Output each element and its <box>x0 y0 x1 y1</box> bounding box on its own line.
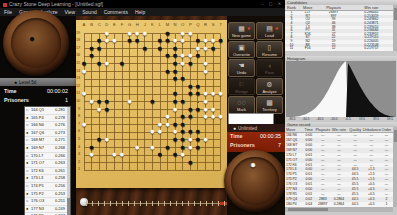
board-point-N8[interactable] <box>171 113 179 121</box>
board-point-D10[interactable]: ● <box>103 98 111 106</box>
board-point-R4[interactable] <box>202 144 210 152</box>
board-point-C7[interactable] <box>95 121 103 129</box>
board-point-S3[interactable] <box>209 151 217 159</box>
board-point-M9[interactable] <box>164 106 172 114</box>
board-point-P19[interactable]: ● <box>187 30 195 38</box>
board-point-S19[interactable] <box>209 30 217 38</box>
board-point-L15[interactable] <box>156 60 164 68</box>
board-point-D3[interactable] <box>103 151 111 159</box>
board-point-L1[interactable] <box>156 166 164 174</box>
board-point-D6[interactable] <box>103 128 111 136</box>
board-point-K7[interactable] <box>149 121 157 129</box>
menu-view[interactable]: View <box>64 8 75 16</box>
board-point-T7[interactable] <box>217 121 225 129</box>
board-point-R5[interactable]: ● <box>202 136 210 144</box>
board-point-Q19[interactable] <box>194 30 202 38</box>
board-point-K18[interactable] <box>149 37 157 45</box>
board-point-J16[interactable] <box>141 52 149 60</box>
slider-handle[interactable] <box>80 198 88 206</box>
board-point-B15[interactable] <box>88 60 96 68</box>
board-point-K10[interactable]: ● <box>149 98 157 106</box>
board-point-G14[interactable] <box>126 68 134 76</box>
board-point-M5[interactable] <box>164 136 172 144</box>
board-point-S11[interactable]: ● <box>209 90 217 98</box>
board-point-C18[interactable]: ● <box>95 37 103 45</box>
board-point-G8[interactable] <box>126 113 134 121</box>
board-point-L17[interactable]: ● <box>156 45 164 53</box>
move-list-row[interactable]: ●176 O30.251 <box>25 198 70 206</box>
board-point-O19[interactable]: ● <box>179 30 187 38</box>
move-list[interactable]: ●164 Q50.281●165 P40.278●166 N60.276●167… <box>24 106 71 215</box>
board-point-R6[interactable] <box>202 128 210 136</box>
board-point-M13[interactable] <box>164 75 172 83</box>
board-point-B17[interactable]: ● <box>88 45 96 53</box>
board-point-T15[interactable] <box>217 60 225 68</box>
board-point-R14[interactable]: ● <box>202 68 210 76</box>
move-list-row[interactable]: ●170 L70.266 <box>25 153 70 161</box>
board-point-R1[interactable] <box>202 166 210 174</box>
board-point-F8[interactable] <box>118 113 126 121</box>
board-point-Q12[interactable]: ● <box>194 83 202 91</box>
board-point-A17[interactable] <box>80 45 88 53</box>
board-point-E16[interactable] <box>111 52 119 60</box>
board-point-D1[interactable] <box>103 166 111 174</box>
board-point-K3[interactable] <box>149 151 157 159</box>
board-point-K11[interactable] <box>149 90 157 98</box>
board-point-R9[interactable]: ● <box>202 106 210 114</box>
board-point-E13[interactable] <box>111 75 119 83</box>
board-point-E9[interactable] <box>111 106 119 114</box>
board-point-N10[interactable]: ● <box>171 98 179 106</box>
board-point-P17[interactable] <box>187 45 195 53</box>
board-point-S15[interactable] <box>209 60 217 68</box>
board-point-M4[interactable]: ● <box>164 144 172 152</box>
load-button[interactable]: ▤★Load <box>256 22 283 40</box>
board-point-C6[interactable] <box>95 128 103 136</box>
board-point-E19[interactable] <box>111 30 119 38</box>
board-point-H3[interactable] <box>133 151 141 159</box>
board-point-F11[interactable] <box>118 90 126 98</box>
board-point-T2[interactable] <box>217 159 225 167</box>
board-point-D12[interactable] <box>103 83 111 91</box>
board-point-O11[interactable] <box>179 90 187 98</box>
board-point-M3[interactable] <box>164 151 172 159</box>
board-point-C17[interactable]: ● <box>95 45 103 53</box>
board-point-G2[interactable] <box>126 159 134 167</box>
board-point-J4[interactable] <box>141 144 149 152</box>
board-point-F10[interactable] <box>118 98 126 106</box>
board-point-R15[interactable]: ● <box>202 60 210 68</box>
board-point-H11[interactable] <box>133 90 141 98</box>
board-point-F16[interactable] <box>118 52 126 60</box>
board-point-Q9[interactable]: ● <box>194 106 202 114</box>
board-point-O2[interactable] <box>179 159 187 167</box>
board-point-O4[interactable]: ● <box>179 144 187 152</box>
board-point-N19[interactable] <box>171 30 179 38</box>
board-point-N3[interactable]: ● <box>171 151 179 159</box>
board-point-M17[interactable] <box>164 45 172 53</box>
mark-button[interactable]: ◌◌Mark <box>228 96 255 114</box>
board-point-Q14[interactable] <box>194 68 202 76</box>
board-point-G6[interactable] <box>126 128 134 136</box>
board-point-D7[interactable] <box>103 121 111 129</box>
board-point-J14[interactable] <box>141 68 149 76</box>
board-point-G19[interactable]: ● <box>126 30 134 38</box>
board-point-A5[interactable] <box>80 136 88 144</box>
board-point-A1[interactable] <box>80 166 88 174</box>
board-point-D14[interactable] <box>103 68 111 76</box>
board-point-P11[interactable]: ● <box>187 90 195 98</box>
board-point-C19[interactable] <box>95 30 103 38</box>
board-point-S7[interactable] <box>209 121 217 129</box>
board-point-C3[interactable] <box>95 151 103 159</box>
board-point-H8[interactable] <box>133 113 141 121</box>
board-point-J6[interactable] <box>141 128 149 136</box>
board-point-R2[interactable] <box>202 159 210 167</box>
board-point-R11[interactable]: ● <box>202 90 210 98</box>
board-point-L8[interactable] <box>156 113 164 121</box>
board-point-N4[interactable] <box>171 144 179 152</box>
board-point-A2[interactable] <box>80 159 88 167</box>
board-point-O18[interactable]: ● <box>179 37 187 45</box>
board-point-F2[interactable] <box>118 159 126 167</box>
move-list-row[interactable]: ●171 O70.263 <box>25 160 70 168</box>
board-point-D5[interactable]: ● <box>103 136 111 144</box>
board-point-F15[interactable]: ● <box>118 60 126 68</box>
board-point-B12[interactable] <box>88 83 96 91</box>
board-point-B18[interactable] <box>88 37 96 45</box>
board-point-K9[interactable] <box>149 106 157 114</box>
board-point-T14[interactable] <box>217 68 225 76</box>
board-point-H9[interactable] <box>133 106 141 114</box>
board-point-F14[interactable] <box>118 68 126 76</box>
board-point-Q11[interactable]: ● <box>194 90 202 98</box>
board-point-N5[interactable]: ● <box>171 136 179 144</box>
board-point-Q17[interactable]: ● <box>194 45 202 53</box>
board-point-K15[interactable] <box>149 60 157 68</box>
board-point-O10[interactable]: ● <box>179 98 187 106</box>
move-list-row[interactable]: ●177 N30.249 <box>25 206 70 214</box>
move-list-row[interactable]: ●175 P20.253 <box>25 191 70 199</box>
board-point-P6[interactable]: ● <box>187 128 195 136</box>
board-point-Q3[interactable] <box>194 151 202 159</box>
board-point-L12[interactable] <box>156 83 164 91</box>
board-point-F1[interactable] <box>118 166 126 174</box>
board-point-P13[interactable] <box>187 75 195 83</box>
board-point-J18[interactable] <box>141 37 149 45</box>
board-point-E15[interactable] <box>111 60 119 68</box>
board-point-G10[interactable]: ● <box>126 98 134 106</box>
board-point-Q18[interactable]: ● <box>194 37 202 45</box>
move-list-row[interactable]: ●167 Q60.273 <box>25 130 70 138</box>
board-point-T1[interactable] <box>217 166 225 174</box>
board-point-N17[interactable]: ● <box>171 45 179 53</box>
board-point-B16[interactable]: ● <box>88 52 96 60</box>
board-point-R12[interactable] <box>202 83 210 91</box>
board-point-H12[interactable] <box>133 83 141 91</box>
board-point-S8[interactable]: ● <box>209 113 217 121</box>
board-point-L16[interactable] <box>156 52 164 60</box>
board-point-F9[interactable] <box>118 106 126 114</box>
board-point-M15[interactable] <box>164 60 172 68</box>
board-point-T6[interactable] <box>217 128 225 136</box>
board-point-L6[interactable]: ● <box>156 128 164 136</box>
board-point-J7[interactable] <box>141 121 149 129</box>
board-point-T16[interactable] <box>217 52 225 60</box>
board-point-N2[interactable] <box>171 159 179 167</box>
board-point-O8[interactable]: ● <box>179 113 187 121</box>
board-point-K17[interactable] <box>149 45 157 53</box>
board-point-J17[interactable]: ● <box>141 45 149 53</box>
board-point-R13[interactable] <box>202 75 210 83</box>
board-point-T19[interactable] <box>217 30 225 38</box>
board-point-B2[interactable] <box>88 159 96 167</box>
board-point-E11[interactable] <box>111 90 119 98</box>
board-point-L3[interactable]: ● <box>156 151 164 159</box>
board-point-J12[interactable] <box>141 83 149 91</box>
board-point-K1[interactable] <box>149 166 157 174</box>
resume-button[interactable]: ▯Resume <box>256 41 283 59</box>
board-point-D4[interactable] <box>103 144 111 152</box>
board-point-H17[interactable] <box>133 45 141 53</box>
board-point-G13[interactable] <box>126 75 134 83</box>
board-point-A10[interactable] <box>80 98 88 106</box>
board-point-S5[interactable] <box>209 136 217 144</box>
board-point-R3[interactable] <box>202 151 210 159</box>
record-hscrollbar[interactable] <box>285 207 393 212</box>
board-point-H16[interactable] <box>133 52 141 60</box>
board-point-G12[interactable] <box>126 83 134 91</box>
board-point-N1[interactable] <box>171 166 179 174</box>
board-point-P4[interactable]: ● <box>187 144 195 152</box>
board-point-A6[interactable] <box>80 128 88 136</box>
board-point-K2[interactable] <box>149 159 157 167</box>
board-point-K14[interactable] <box>149 68 157 76</box>
board-point-G17[interactable] <box>126 45 134 53</box>
board-point-M1[interactable] <box>164 166 172 174</box>
board-point-O7[interactable]: ● <box>179 121 187 129</box>
board-point-A15[interactable]: ● <box>80 60 88 68</box>
board-point-Q1[interactable] <box>194 166 202 174</box>
board-point-G15[interactable] <box>126 60 134 68</box>
board-point-L5[interactable] <box>156 136 164 144</box>
board-point-B9[interactable] <box>88 106 96 114</box>
board-point-J15[interactable] <box>141 60 149 68</box>
board-point-F19[interactable] <box>118 30 126 38</box>
overwrite-button[interactable]: ▣Overwrite <box>228 41 255 59</box>
board-point-O5[interactable]: ● <box>179 136 187 144</box>
board-point-Q6[interactable]: ● <box>194 128 202 136</box>
board-point-H7[interactable] <box>133 121 141 129</box>
board-point-B10[interactable]: ● <box>88 98 96 106</box>
board-point-E2[interactable] <box>111 159 119 167</box>
board-point-B1[interactable] <box>88 166 96 174</box>
board-point-T12[interactable] <box>217 83 225 91</box>
window-controls[interactable]: – ▢ ✕ <box>261 0 283 8</box>
board-point-Q5[interactable]: ● <box>194 136 202 144</box>
board-point-T18[interactable]: ● <box>217 37 225 45</box>
board-point-L7[interactable]: ● <box>156 121 164 129</box>
board-point-R18[interactable]: ● <box>202 37 210 45</box>
board-point-M8[interactable]: ● <box>164 113 172 121</box>
board-point-D16[interactable] <box>103 52 111 60</box>
board-point-C5[interactable]: ● <box>95 136 103 144</box>
board-point-M2[interactable] <box>164 159 172 167</box>
board-point-J3[interactable] <box>141 151 149 159</box>
board-point-R10[interactable]: ● <box>202 98 210 106</box>
board-point-B3[interactable]: ● <box>88 151 96 159</box>
board-point-M7[interactable]: ● <box>164 121 172 129</box>
board-point-P15[interactable]: ● <box>187 60 195 68</box>
board-point-P2[interactable]: ● <box>187 159 195 167</box>
board-point-G9[interactable] <box>126 106 134 114</box>
board-point-D13[interactable] <box>103 75 111 83</box>
board-point-F4[interactable] <box>118 144 126 152</box>
board-point-D11[interactable] <box>103 90 111 98</box>
board-point-O15[interactable]: ● <box>179 60 187 68</box>
board-point-F13[interactable] <box>118 75 126 83</box>
board-point-P12[interactable]: ● <box>187 83 195 91</box>
board-point-O9[interactable] <box>179 106 187 114</box>
board-point-A3[interactable] <box>80 151 88 159</box>
board-point-B4[interactable]: ● <box>88 144 96 152</box>
board-point-P1[interactable] <box>187 166 195 174</box>
board-point-E3[interactable]: ● <box>111 151 119 159</box>
move-list-row[interactable]: ●166 N60.276 <box>25 122 70 130</box>
board-point-R16[interactable] <box>202 52 210 60</box>
board-point-A18[interactable] <box>80 37 88 45</box>
board-point-O1[interactable] <box>179 166 187 174</box>
board-point-M14[interactable]: ● <box>164 68 172 76</box>
board-point-H18[interactable]: ● <box>133 37 141 45</box>
board-point-O6[interactable]: ● <box>179 128 187 136</box>
board-point-H2[interactable] <box>133 159 141 167</box>
board-point-L19[interactable] <box>156 30 164 38</box>
board-point-E6[interactable] <box>111 128 119 136</box>
board-point-O16[interactable]: ● <box>179 52 187 60</box>
board-point-G7[interactable] <box>126 121 134 129</box>
board-point-E10[interactable] <box>111 98 119 106</box>
board-point-C4[interactable] <box>95 144 103 152</box>
board-point-P9[interactable]: ● <box>187 106 195 114</box>
menu-help[interactable]: Help <box>135 8 145 16</box>
board-point-C9[interactable]: ● <box>95 106 103 114</box>
board-point-Q10[interactable] <box>194 98 202 106</box>
analyze-button[interactable]: ⚙Analyze <box>256 78 283 96</box>
board-point-T3[interactable] <box>217 151 225 159</box>
board-point-H15[interactable] <box>133 60 141 68</box>
board-point-H5[interactable] <box>133 136 141 144</box>
board-point-L14[interactable] <box>156 68 164 76</box>
board-point-F12[interactable] <box>118 83 126 91</box>
board-point-B13[interactable] <box>88 75 96 83</box>
board-point-L4[interactable] <box>156 144 164 152</box>
board-point-N18[interactable]: ● <box>171 37 179 45</box>
board-point-K16[interactable] <box>149 52 157 60</box>
board-point-M11[interactable] <box>164 90 172 98</box>
board-point-K13[interactable] <box>149 75 157 83</box>
board-point-J11[interactable] <box>141 90 149 98</box>
board-point-Q8[interactable] <box>194 113 202 121</box>
board-point-D17[interactable] <box>103 45 111 53</box>
board-point-Q7[interactable] <box>194 121 202 129</box>
move-list-row[interactable]: ●169 N70.268 <box>25 145 70 153</box>
board-point-D8[interactable] <box>103 113 111 121</box>
territory-button[interactable]: ▩Territory <box>256 96 283 114</box>
board-point-K19[interactable] <box>149 30 157 38</box>
board-point-E5[interactable] <box>111 136 119 144</box>
board-point-M6[interactable] <box>164 128 172 136</box>
board-point-G11[interactable] <box>126 90 134 98</box>
board-point-P18[interactable] <box>187 37 195 45</box>
board-point-D15[interactable]: ● <box>103 60 111 68</box>
board-point-R17[interactable]: ● <box>202 45 210 53</box>
board-point-L11[interactable] <box>156 90 164 98</box>
board-point-C16[interactable] <box>95 52 103 60</box>
board-point-S18[interactable]: ● <box>209 37 217 45</box>
board-point-N15[interactable]: ● <box>171 60 179 68</box>
board-point-B19[interactable] <box>88 30 96 38</box>
board-point-M19[interactable]: ● <box>164 30 172 38</box>
board-point-B5[interactable] <box>88 136 96 144</box>
board-point-J2[interactable] <box>141 159 149 167</box>
board-point-G16[interactable] <box>126 52 134 60</box>
board-point-D2[interactable] <box>103 159 111 167</box>
board-point-S12[interactable] <box>209 83 217 91</box>
board-point-E17[interactable] <box>111 45 119 53</box>
menu-comments[interactable]: Comments <box>104 8 128 16</box>
board-point-H14[interactable] <box>133 68 141 76</box>
board-point-C15[interactable]: ● <box>95 60 103 68</box>
board-point-K6[interactable]: ● <box>149 128 157 136</box>
board-point-B7[interactable] <box>88 121 96 129</box>
board-point-J9[interactable] <box>141 106 149 114</box>
board-point-S13[interactable] <box>209 75 217 83</box>
board-point-G5[interactable] <box>126 136 134 144</box>
board-point-E4[interactable] <box>111 144 119 152</box>
board-point-E14[interactable] <box>111 68 119 76</box>
move-list-row[interactable]: ●172 K60.261 <box>25 168 70 176</box>
board-point-C12[interactable] <box>95 83 103 91</box>
board-point-S14[interactable] <box>209 68 217 76</box>
move-list-row[interactable]: ●165 P40.278 <box>25 115 70 123</box>
board-point-J5[interactable] <box>141 136 149 144</box>
board-point-T17[interactable] <box>217 45 225 53</box>
board-point-H19[interactable]: ● <box>133 30 141 38</box>
board-point-K4[interactable]: ● <box>149 144 157 152</box>
game-nav-slider[interactable] <box>78 198 248 208</box>
move-list-row[interactable]: ●174 P50.256 <box>25 183 70 191</box>
board-point-J19[interactable]: ● <box>141 30 149 38</box>
board-point-L2[interactable] <box>156 159 164 167</box>
board-point-D9[interactable]: ● <box>103 106 111 114</box>
board-point-A12[interactable] <box>80 83 88 91</box>
board-point-R7[interactable] <box>202 121 210 129</box>
board-point-B6[interactable] <box>88 128 96 136</box>
board-point-R8[interactable]: ● <box>202 113 210 121</box>
board-point-D19[interactable]: ● <box>103 30 111 38</box>
move-list-row[interactable]: ●164 Q50.281 <box>25 107 70 115</box>
board-point-D18[interactable]: ● <box>103 37 111 45</box>
board-point-B14[interactable] <box>88 68 96 76</box>
board-point-A14[interactable]: ● <box>80 68 88 76</box>
board-point-O13[interactable]: ● <box>179 75 187 83</box>
board-point-J8[interactable] <box>141 113 149 121</box>
board-point-M10[interactable] <box>164 98 172 106</box>
board-point-A9[interactable] <box>80 106 88 114</box>
board-point-O12[interactable] <box>179 83 187 91</box>
board-point-A16[interactable] <box>80 52 88 60</box>
